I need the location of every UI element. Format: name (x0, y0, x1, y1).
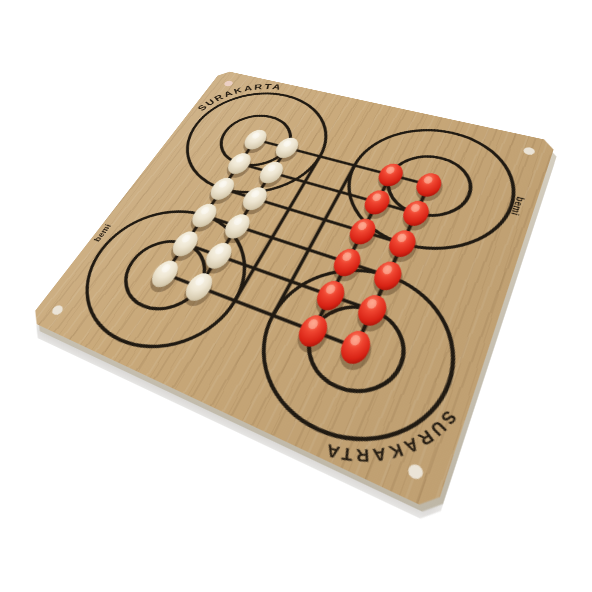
screw-hole (223, 80, 234, 87)
screw-hole (406, 462, 425, 481)
white-piece[interactable] (144, 258, 186, 296)
board-title-bottom-text: SURAKARTA (318, 372, 463, 511)
white-piece[interactable] (185, 201, 224, 234)
red-piece[interactable] (383, 227, 423, 265)
red-piece[interactable] (367, 258, 408, 299)
red-piece[interactable] (291, 312, 335, 358)
red-piece[interactable] (333, 327, 378, 375)
surakarta-board-photo: SURAKARTA SURAKARTA bemi bemi (0, 0, 592, 592)
white-piece[interactable] (178, 270, 220, 310)
red-piece[interactable] (351, 292, 394, 336)
red-piece[interactable] (397, 198, 435, 233)
red-piece[interactable] (327, 246, 368, 285)
white-piece[interactable] (218, 212, 257, 247)
board-title-bottom: SURAKARTA (318, 372, 463, 511)
white-piece[interactable] (165, 229, 205, 265)
red-piece[interactable] (309, 278, 351, 320)
screw-hole (522, 146, 535, 155)
screw-hole (50, 304, 65, 316)
red-piece[interactable] (411, 171, 448, 204)
